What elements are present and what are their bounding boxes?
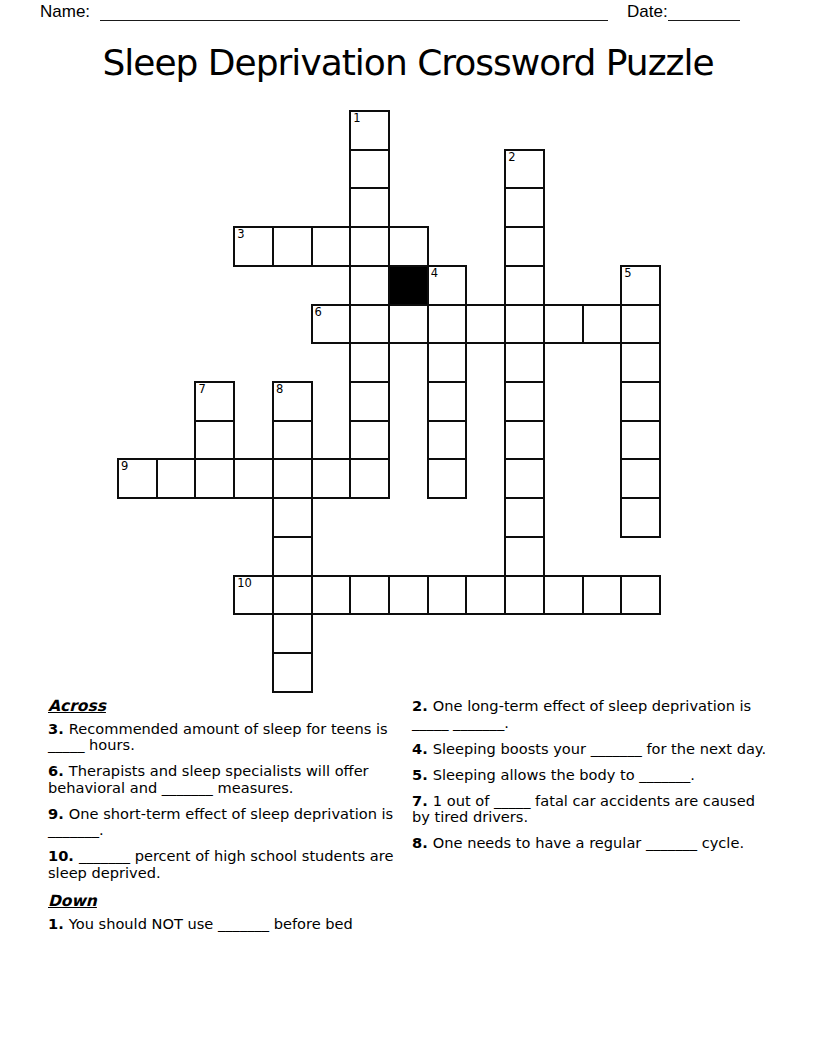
grid-cell[interactable] [349,304,390,345]
grid-cell[interactable] [388,575,429,616]
page-title: Sleep Deprivation Crossword Puzzle [0,42,816,83]
grid-cell[interactable] [504,304,545,345]
grid-cell[interactable]: 9 [117,458,158,499]
worksheet-page: Name: Date: Sleep Deprivation Crossword … [0,0,816,1056]
cell-number: 7 [198,383,205,396]
grid-cell[interactable] [427,342,468,383]
grid-cell[interactable] [465,575,506,616]
name-blank-line[interactable] [100,2,608,21]
grid-cell[interactable] [427,458,468,499]
grid-cell[interactable] [620,497,661,538]
grid-cell[interactable] [349,187,390,228]
across-header: Across [48,698,394,715]
grid-cell[interactable] [311,226,352,267]
grid-cell[interactable] [543,575,584,616]
grid-cell[interactable]: 8 [272,381,313,422]
grid-cell[interactable] [349,575,390,616]
grid-cell[interactable] [427,575,468,616]
grid-cell[interactable] [272,652,313,693]
grid-cell[interactable] [620,420,661,461]
grid-cell[interactable] [620,575,661,616]
grid-cell[interactable] [349,265,390,306]
grid-cell[interactable] [504,381,545,422]
grid-cell[interactable] [504,575,545,616]
down-clues-list-left: 1. You should NOT use _______ before bed [48,916,394,933]
black-cell [388,265,429,306]
grid-cell[interactable]: 1 [349,110,390,151]
grid-cell[interactable]: 6 [311,304,352,345]
grid-cell[interactable]: 4 [427,265,468,306]
clues-left-column: Across 3. Recommended amount of sleep fo… [48,698,394,942]
grid-cell[interactable] [620,304,661,345]
cell-number: 4 [431,267,438,280]
grid-cell[interactable] [272,613,313,654]
grid-cell[interactable] [543,304,584,345]
grid-cell[interactable] [388,304,429,345]
date-blank-line[interactable] [668,2,740,21]
grid-cell[interactable]: 5 [620,265,661,306]
grid-cell[interactable] [582,575,623,616]
clue-10: 10. _______ percent of high school stude… [48,848,394,881]
grid-cell[interactable] [427,304,468,345]
grid-cell[interactable] [272,536,313,577]
grid-cell[interactable] [427,381,468,422]
grid-cell[interactable] [620,342,661,383]
cell-number: 9 [121,460,128,473]
cell-number: 8 [276,383,283,396]
grid-cell[interactable]: 3 [233,226,274,267]
name-label: Name: [40,2,90,22]
clues-right-column: 2. One long-term effect of sleep depriva… [412,698,768,861]
grid-cell[interactable] [504,420,545,461]
grid-cell[interactable] [620,458,661,499]
cell-number: 5 [624,267,631,280]
cell-number: 6 [315,306,322,319]
grid-cell[interactable] [272,458,313,499]
grid-cell[interactable] [272,497,313,538]
cell-number: 10 [237,577,252,590]
clue-3: 3. Recommended amount of sleep for teens… [48,721,394,754]
grid-cell[interactable] [349,226,390,267]
grid-cell[interactable] [427,420,468,461]
grid-cell[interactable] [504,536,545,577]
across-clues-list: 3. Recommended amount of sleep for teens… [48,721,394,882]
cell-number: 1 [353,112,360,125]
grid-cell[interactable]: 7 [194,381,235,422]
grid-cell[interactable] [349,149,390,190]
cell-number: 2 [508,151,515,164]
grid-cell[interactable] [504,226,545,267]
down-header: Down [48,893,394,910]
grid-cell[interactable] [233,458,274,499]
clue-7: 7. 1 out of _____ fatal car accidents ar… [412,793,768,826]
grid-cell[interactable] [620,381,661,422]
grid-cell[interactable] [156,458,197,499]
grid-cell[interactable] [194,420,235,461]
grid-cell[interactable] [272,420,313,461]
grid-cell[interactable] [582,304,623,345]
grid-cell[interactable] [504,187,545,228]
grid-cell[interactable]: 10 [233,575,274,616]
grid-cell[interactable] [504,497,545,538]
date-label: Date: [627,2,668,22]
cell-number: 3 [237,228,244,241]
clue-8: 8. One needs to have a regular _______ c… [412,835,768,852]
clue-9: 9. One short-term effect of sleep depriv… [48,806,394,839]
name-date-header: Name: Date: [0,0,816,26]
grid-cell[interactable] [311,575,352,616]
grid-cell[interactable] [504,342,545,383]
clue-5: 5. Sleeping allows the body to _______. [412,767,768,784]
grid-cell[interactable] [388,226,429,267]
grid-cell[interactable] [272,226,313,267]
clue-1: 1. You should NOT use _______ before bed [48,916,394,933]
grid-cell[interactable] [504,265,545,306]
grid-cell[interactable]: 2 [504,149,545,190]
down-clues-list-right: 2. One long-term effect of sleep depriva… [412,698,768,852]
clue-4: 4. Sleeping boosts your _______ for the … [412,741,768,758]
grid-cell[interactable] [311,458,352,499]
grid-cell[interactable] [349,420,390,461]
clue-6: 6. Therapists and sleep specialists will… [48,763,394,796]
grid-cell[interactable] [272,575,313,616]
grid-cell[interactable] [504,458,545,499]
grid-cell[interactable] [465,304,506,345]
grid-cell[interactable] [349,458,390,499]
grid-cell[interactable] [349,342,390,383]
grid-cell[interactable] [349,381,390,422]
grid-cell[interactable] [194,458,235,499]
clue-2: 2. One long-term effect of sleep depriva… [412,698,768,731]
